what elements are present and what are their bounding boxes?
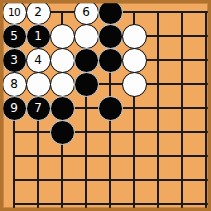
white-stone-move-6[interactable]: 6 <box>74 0 99 25</box>
grid-line-vertical <box>157 11 159 211</box>
black-stone[interactable] <box>98 0 123 25</box>
white-stone[interactable] <box>50 24 75 49</box>
white-stone[interactable] <box>122 24 147 49</box>
go-board[interactable]: 10265134897 <box>0 0 211 211</box>
black-stone-move-7[interactable]: 7 <box>26 96 51 121</box>
black-stone[interactable] <box>50 96 75 121</box>
white-stone-move-10[interactable]: 10 <box>2 0 27 25</box>
white-stone[interactable] <box>74 24 99 49</box>
black-stone-move-5[interactable]: 5 <box>2 24 27 49</box>
grid-line-horizontal <box>13 155 211 157</box>
white-stone-move-8[interactable]: 8 <box>2 72 27 97</box>
grid-line-vertical <box>181 11 183 211</box>
grid-line-vertical <box>205 11 207 211</box>
black-stone[interactable] <box>98 48 123 73</box>
black-stone[interactable] <box>98 96 123 121</box>
go-board-diagram: 10265134897 <box>0 0 211 211</box>
black-stone[interactable] <box>74 72 99 97</box>
white-stone[interactable] <box>50 48 75 73</box>
black-stone[interactable] <box>50 120 75 145</box>
white-stone[interactable] <box>50 72 75 97</box>
black-stone-move-1[interactable]: 1 <box>26 24 51 49</box>
black-stone-move-9[interactable]: 9 <box>2 96 27 121</box>
black-stone-move-3[interactable]: 3 <box>2 48 27 73</box>
white-stone-move-2[interactable]: 2 <box>26 0 51 25</box>
black-stone[interactable] <box>74 48 99 73</box>
white-stone[interactable] <box>26 72 51 97</box>
grid-line-horizontal <box>13 203 211 205</box>
grid-line-horizontal <box>13 131 211 133</box>
grid-line-horizontal <box>13 179 211 181</box>
white-stone[interactable] <box>122 48 147 73</box>
white-stone[interactable] <box>122 72 147 97</box>
white-stone-move-4[interactable]: 4 <box>26 48 51 73</box>
black-stone[interactable] <box>98 24 123 49</box>
